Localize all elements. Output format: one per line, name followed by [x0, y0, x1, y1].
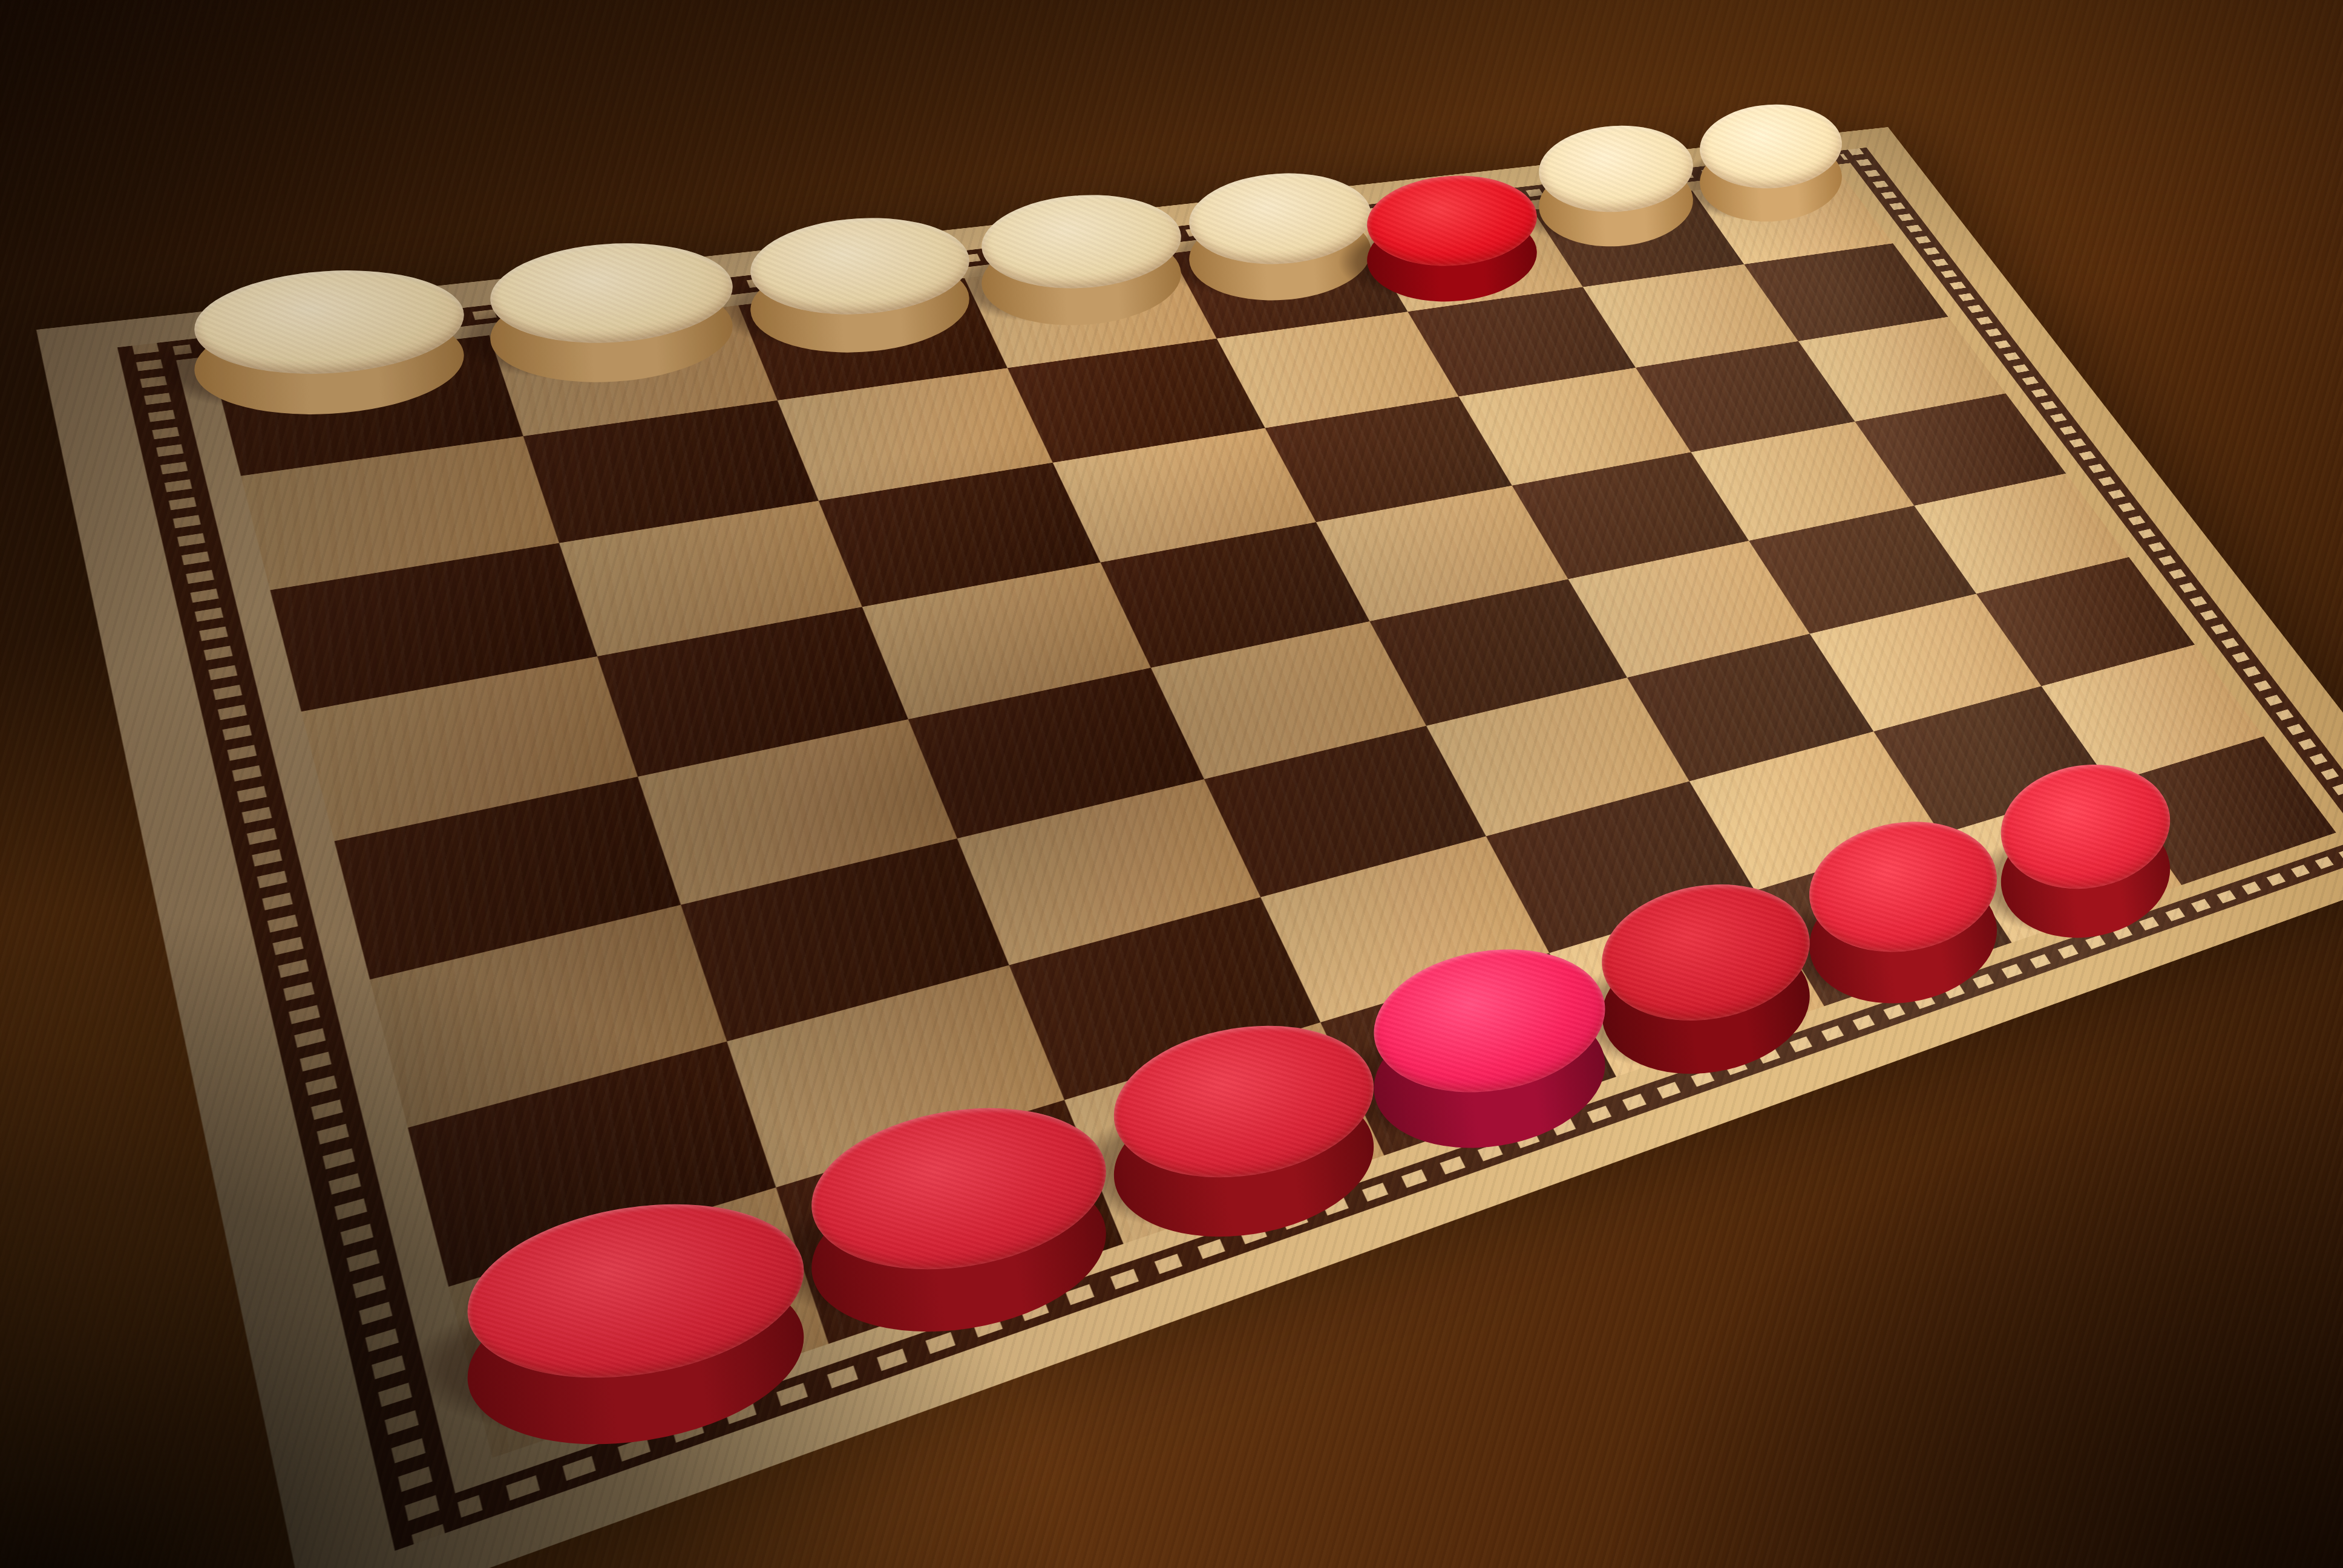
checkers-board — [36, 127, 2343, 1568]
table-scene — [0, 0, 2343, 1568]
